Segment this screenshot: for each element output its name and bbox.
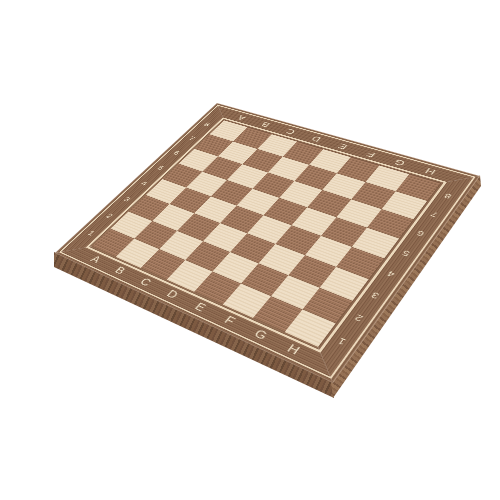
chess-board: ABCDEFGH ABCDEFGH 87654321 87654321 xyxy=(55,103,480,383)
chessboard-product-photo: ABCDEFGH ABCDEFGH 87654321 87654321 xyxy=(0,0,500,500)
board-edge-highlight xyxy=(55,103,480,383)
